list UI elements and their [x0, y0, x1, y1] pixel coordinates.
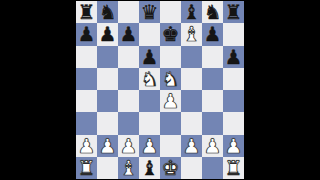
- square-f6[interactable]: [181, 46, 202, 68]
- square-d5[interactable]: ♞: [139, 68, 160, 90]
- piece-white-king[interactable]: ♚: [162, 157, 180, 177]
- square-c5[interactable]: [118, 68, 139, 90]
- piece-black-pawn[interactable]: ♟: [141, 46, 159, 66]
- piece-white-pawn[interactable]: ♟: [78, 135, 96, 155]
- square-g3[interactable]: [202, 112, 223, 134]
- square-h2[interactable]: ♟: [223, 135, 244, 157]
- square-c1[interactable]: ♝: [118, 157, 139, 179]
- piece-black-rook[interactable]: ♜: [78, 2, 96, 22]
- square-d2[interactable]: ♟: [139, 135, 160, 157]
- piece-black-pawn[interactable]: ♟: [120, 24, 138, 44]
- square-b4[interactable]: [97, 90, 118, 112]
- piece-white-pawn[interactable]: ♟: [120, 135, 138, 155]
- square-a7[interactable]: ♟: [76, 23, 97, 45]
- square-g8[interactable]: ♞: [202, 1, 223, 23]
- square-f2[interactable]: ♟: [181, 135, 202, 157]
- piece-white-bishop[interactable]: ♝: [120, 157, 138, 177]
- piece-black-knight[interactable]: ♞: [99, 2, 117, 22]
- piece-black-bishop[interactable]: ♝: [141, 157, 159, 177]
- square-f5[interactable]: [181, 68, 202, 90]
- square-g7[interactable]: ♟: [202, 23, 223, 45]
- square-e6[interactable]: [160, 46, 181, 68]
- square-c2[interactable]: ♟: [118, 135, 139, 157]
- piece-black-rook[interactable]: ♜: [225, 2, 243, 22]
- square-f7[interactable]: ♝: [181, 23, 202, 45]
- square-h4[interactable]: [223, 90, 244, 112]
- piece-black-pawn[interactable]: ♟: [99, 24, 117, 44]
- square-c8[interactable]: [118, 1, 139, 23]
- piece-black-pawn[interactable]: ♟: [78, 24, 96, 44]
- square-h3[interactable]: [223, 112, 244, 134]
- square-a4[interactable]: [76, 90, 97, 112]
- square-d4[interactable]: [139, 90, 160, 112]
- piece-black-king[interactable]: ♚: [162, 24, 180, 44]
- square-h8[interactable]: ♜: [223, 1, 244, 23]
- square-e3[interactable]: [160, 112, 181, 134]
- piece-white-pawn[interactable]: ♟: [99, 135, 117, 155]
- square-c6[interactable]: [118, 46, 139, 68]
- chess-board: ♜♞♛♝♞♜♟♟♟♚♝♟♟♟♞♞♟♟♟♟♟♟♟♟♜♝♝♚♜: [76, 1, 244, 179]
- square-e2[interactable]: [160, 135, 181, 157]
- square-a3[interactable]: [76, 112, 97, 134]
- square-g5[interactable]: [202, 68, 223, 90]
- square-a1[interactable]: ♜: [76, 157, 97, 179]
- square-b8[interactable]: ♞: [97, 1, 118, 23]
- piece-white-pawn[interactable]: ♟: [141, 135, 159, 155]
- piece-white-bishop[interactable]: ♝: [183, 24, 201, 44]
- square-g1[interactable]: [202, 157, 223, 179]
- square-h7[interactable]: [223, 23, 244, 45]
- square-b1[interactable]: [97, 157, 118, 179]
- piece-white-knight[interactable]: ♞: [162, 68, 180, 88]
- square-c4[interactable]: [118, 90, 139, 112]
- square-e5[interactable]: ♞: [160, 68, 181, 90]
- square-a5[interactable]: [76, 68, 97, 90]
- square-b3[interactable]: [97, 112, 118, 134]
- square-g2[interactable]: ♟: [202, 135, 223, 157]
- square-f8[interactable]: ♝: [181, 1, 202, 23]
- square-a6[interactable]: [76, 46, 97, 68]
- piece-white-pawn[interactable]: ♟: [225, 135, 243, 155]
- square-c3[interactable]: [118, 112, 139, 134]
- square-e8[interactable]: [160, 1, 181, 23]
- square-g4[interactable]: [202, 90, 223, 112]
- square-b5[interactable]: [97, 68, 118, 90]
- square-f1[interactable]: [181, 157, 202, 179]
- square-b2[interactable]: ♟: [97, 135, 118, 157]
- square-c7[interactable]: ♟: [118, 23, 139, 45]
- square-d6[interactable]: ♟: [139, 46, 160, 68]
- square-g6[interactable]: [202, 46, 223, 68]
- square-e7[interactable]: ♚: [160, 23, 181, 45]
- square-a2[interactable]: ♟: [76, 135, 97, 157]
- piece-white-knight[interactable]: ♞: [141, 68, 159, 88]
- square-d8[interactable]: ♛: [139, 1, 160, 23]
- piece-black-knight[interactable]: ♞: [204, 2, 222, 22]
- piece-white-pawn[interactable]: ♟: [204, 135, 222, 155]
- square-e1[interactable]: ♚: [160, 157, 181, 179]
- piece-black-bishop[interactable]: ♝: [183, 2, 201, 22]
- screen-background: ♜♞♛♝♞♜♟♟♟♚♝♟♟♟♞♞♟♟♟♟♟♟♟♟♜♝♝♚♜: [0, 0, 320, 180]
- square-h5[interactable]: [223, 68, 244, 90]
- piece-black-pawn[interactable]: ♟: [225, 46, 243, 66]
- piece-white-pawn[interactable]: ♟: [162, 91, 180, 111]
- square-d7[interactable]: [139, 23, 160, 45]
- square-a8[interactable]: ♜: [76, 1, 97, 23]
- square-e4[interactable]: ♟: [160, 90, 181, 112]
- piece-black-queen[interactable]: ♛: [141, 2, 159, 22]
- square-f3[interactable]: [181, 112, 202, 134]
- square-h6[interactable]: ♟: [223, 46, 244, 68]
- piece-white-pawn[interactable]: ♟: [183, 135, 201, 155]
- square-b6[interactable]: [97, 46, 118, 68]
- square-d1[interactable]: ♝: [139, 157, 160, 179]
- piece-white-rook[interactable]: ♜: [225, 157, 243, 177]
- square-b7[interactable]: ♟: [97, 23, 118, 45]
- square-d3[interactable]: [139, 112, 160, 134]
- piece-black-pawn[interactable]: ♟: [204, 24, 222, 44]
- piece-white-rook[interactable]: ♜: [78, 157, 96, 177]
- square-f4[interactable]: [181, 90, 202, 112]
- square-h1[interactable]: ♜: [223, 157, 244, 179]
